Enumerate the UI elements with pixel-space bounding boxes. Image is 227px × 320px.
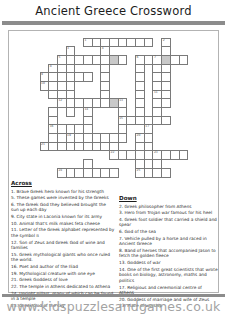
grid-block — [179, 168, 189, 178]
clue-number: 25 — [137, 168, 141, 172]
across-clue-list: 1. Brave Greek hero known for his streng… — [11, 189, 115, 309]
puzzle-panel: 123456789101112131415161719202122232425 … — [8, 30, 219, 293]
across-clue-item: 10. Animal that's milk makes feta cheese — [11, 221, 115, 227]
down-clue-item: 14. One of the first great scientists th… — [119, 267, 218, 284]
down-clue-item: 6. God of the sea — [119, 229, 218, 235]
clue-number: 17 — [145, 124, 149, 128]
across-clue-item: 22. The temple in Athens dedicated to At… — [11, 284, 115, 290]
down-heading: Down — [119, 196, 218, 202]
across-clue-item: 5. These games were invented by the Gree… — [11, 195, 115, 201]
clue-number: 23 — [154, 150, 158, 154]
clue-number: 9 — [41, 72, 43, 76]
clue-number: 16 — [50, 124, 54, 128]
across-clue-item: 21. Greek Goddess of love — [11, 277, 115, 283]
across-clues-section: Across 1. Brave Greek hero known for his… — [11, 181, 115, 310]
across-clue-item: 1. Brave Greek hero known for his streng… — [11, 189, 115, 195]
across-clue-item: 9. City state in Laconia known for its a… — [11, 214, 115, 220]
footer-site-url: www.kidspuzzlesandgames.co.uk — [0, 299, 227, 314]
down-clue-item: 13. Goddess of war — [119, 260, 218, 266]
down-clue-item: 2. Greek philosopher from Athens — [119, 204, 218, 210]
clue-number: 15 — [119, 116, 123, 120]
clue-number: 7 — [154, 55, 156, 59]
puzzle-page: { "game": "crossword", "title": "Ancient… — [0, 0, 227, 320]
across-clue-item: 11. Letter of the Greek alphabet represe… — [11, 227, 115, 238]
across-clue-item: 16. Poet and author of the Iliad — [11, 264, 115, 270]
across-clue-item: 19. Mythological creature with one eye — [11, 271, 115, 277]
footer-divider-bar — [2, 294, 225, 297]
clue-number: 24 — [58, 168, 62, 172]
clue-number: 1 — [84, 38, 86, 42]
clue-number: 4 — [102, 46, 104, 50]
clue-number: 2 — [163, 38, 165, 42]
down-clue-item: 3. Hero from Trojan war famous for his h… — [119, 210, 218, 216]
down-clue-item: 8. Band of heroes that accompanied Jason… — [119, 248, 218, 259]
across-heading: Across — [11, 181, 115, 187]
clue-number: 19 — [67, 133, 71, 137]
clue-number: 21 — [41, 142, 45, 146]
clue-number: 5 — [58, 55, 60, 59]
clue-number: 12 — [58, 98, 62, 102]
clue-number: 14 — [84, 107, 88, 111]
clue-number: 3 — [67, 46, 69, 50]
down-clue-item: 7. Vehicle pulled by a horse and raced i… — [119, 236, 218, 247]
down-clues-section: Down 2. Greek philosopher from Athens3. … — [119, 196, 218, 310]
across-clue-item: 12. Son of Zeus and Greek God of wine an… — [11, 240, 115, 251]
clue-number: 13 — [119, 98, 123, 102]
clue-number: 20 — [137, 133, 141, 137]
page-title: Ancient Greece Crossword — [0, 4, 227, 18]
down-clue-item: 4. Greek foot soldier that carried a shi… — [119, 217, 218, 228]
title-divider-bar — [2, 21, 225, 25]
clue-number: 8 — [50, 64, 52, 68]
clue-number: 10 — [41, 81, 45, 85]
across-clue-item: 15. Greek mythological giants who once r… — [11, 252, 115, 263]
clue-number: 22 — [111, 150, 115, 154]
clue-number: 11 — [154, 90, 158, 94]
clue-number: 6 — [137, 55, 139, 59]
across-clue-item: 6. The Greek God they believed brought t… — [11, 202, 115, 213]
crossword-grid: 123456789101112131415161719202122232425 — [40, 38, 188, 177]
